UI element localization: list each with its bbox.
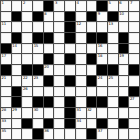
white-cell[interactable]	[76, 44, 86, 54]
black-cell	[65, 76, 75, 86]
white-cell[interactable]: 5	[108, 1, 118, 11]
white-cell[interactable]	[33, 119, 43, 129]
black-cell	[87, 97, 97, 107]
white-cell[interactable]	[12, 1, 22, 11]
white-cell[interactable]	[54, 119, 64, 129]
white-cell[interactable]	[129, 12, 139, 22]
black-cell	[65, 33, 75, 43]
white-cell[interactable]	[129, 54, 139, 64]
white-cell[interactable]	[76, 33, 86, 43]
white-cell[interactable]	[12, 129, 22, 139]
black-cell	[22, 119, 32, 129]
black-cell	[12, 87, 22, 97]
white-cell[interactable]	[65, 129, 75, 139]
black-cell	[129, 87, 139, 97]
black-cell	[119, 119, 129, 129]
white-cell[interactable]: 34	[76, 119, 86, 129]
clue-number: 7	[130, 1, 132, 5]
white-cell[interactable]	[108, 97, 118, 107]
white-cell[interactable]	[54, 76, 64, 86]
black-cell	[65, 22, 75, 32]
white-cell[interactable]	[54, 108, 64, 118]
black-cell	[44, 54, 54, 64]
white-cell[interactable]	[76, 129, 86, 139]
black-cell	[44, 33, 54, 43]
clue-number: 15	[34, 44, 38, 48]
white-cell[interactable]	[54, 44, 64, 54]
clue-number: 27	[130, 97, 134, 101]
white-cell[interactable]	[129, 76, 139, 86]
white-cell[interactable]	[54, 129, 64, 139]
white-cell[interactable]	[22, 22, 32, 32]
black-cell	[87, 76, 97, 86]
white-cell[interactable]	[22, 33, 32, 43]
white-cell[interactable]	[65, 1, 75, 11]
white-cell[interactable]: 31	[76, 108, 86, 118]
white-cell[interactable]	[22, 97, 32, 107]
white-cell[interactable]: 8	[44, 12, 54, 22]
white-cell[interactable]	[87, 65, 97, 75]
white-cell[interactable]: 30	[33, 108, 43, 118]
white-cell[interactable]	[22, 12, 32, 22]
white-cell[interactable]: 11	[1, 22, 11, 32]
clue-number: 34	[76, 119, 80, 123]
white-cell[interactable]	[12, 54, 22, 64]
white-cell[interactable]	[65, 44, 75, 54]
clue-number: 17	[2, 54, 6, 58]
white-cell[interactable]: 14	[12, 44, 22, 54]
white-cell[interactable]	[119, 87, 129, 97]
black-cell	[65, 108, 75, 118]
clue-number: 18	[98, 54, 102, 58]
black-cell	[33, 129, 43, 139]
white-cell[interactable]: 16	[97, 44, 107, 54]
black-cell	[108, 12, 118, 22]
white-cell[interactable]: 29	[12, 108, 22, 118]
clue-number: 35	[2, 129, 6, 133]
white-cell[interactable]	[119, 22, 129, 32]
white-cell[interactable]	[108, 87, 118, 97]
white-cell[interactable]	[76, 97, 86, 107]
white-cell[interactable]	[119, 108, 129, 118]
white-cell[interactable]: 20	[44, 65, 54, 75]
black-cell	[12, 33, 22, 43]
black-cell	[12, 12, 22, 22]
white-cell[interactable]	[76, 87, 86, 97]
white-cell[interactable]	[1, 12, 11, 22]
clue-number: 31	[76, 108, 80, 112]
black-cell	[65, 54, 75, 64]
white-cell[interactable]: 17	[1, 54, 11, 64]
clue-number: 1	[2, 1, 4, 5]
white-cell[interactable]	[54, 87, 64, 97]
clue-number: 9	[98, 12, 100, 16]
white-cell[interactable]	[108, 108, 118, 118]
white-cell[interactable]	[22, 44, 32, 54]
white-cell[interactable]: 33	[1, 119, 11, 129]
white-cell[interactable]	[54, 33, 64, 43]
black-cell	[65, 12, 75, 22]
white-cell[interactable]	[54, 54, 64, 64]
white-cell[interactable]: 36	[44, 129, 54, 139]
white-cell[interactable]	[76, 12, 86, 22]
white-cell[interactable]	[65, 65, 75, 75]
white-cell[interactable]	[129, 33, 139, 43]
clue-number: 19	[119, 54, 123, 58]
white-cell[interactable]	[22, 129, 32, 139]
black-cell	[33, 65, 43, 75]
white-cell[interactable]	[54, 65, 64, 75]
black-cell	[33, 12, 43, 22]
white-cell[interactable]: 22	[22, 76, 32, 86]
clue-number: 10	[119, 12, 123, 16]
white-cell[interactable]: 26	[22, 87, 32, 97]
black-cell	[129, 65, 139, 75]
black-cell	[97, 33, 107, 43]
white-cell[interactable]: 28	[1, 108, 11, 118]
white-cell[interactable]	[44, 22, 54, 32]
white-cell[interactable]	[87, 1, 97, 11]
black-cell	[87, 12, 97, 22]
clue-number: 12	[76, 22, 80, 26]
black-cell	[87, 33, 97, 43]
white-cell[interactable]: 1	[1, 1, 11, 11]
white-cell[interactable]: 23	[33, 76, 43, 86]
black-cell	[119, 44, 129, 54]
white-cell[interactable]	[33, 22, 43, 32]
clue-number: 30	[34, 108, 38, 112]
white-cell[interactable]: 9	[97, 12, 107, 22]
white-cell[interactable]	[12, 22, 22, 32]
clue-number: 14	[12, 44, 16, 48]
white-cell[interactable]: 27	[129, 97, 139, 107]
white-cell[interactable]	[108, 129, 118, 139]
white-cell[interactable]	[119, 76, 129, 86]
white-cell[interactable]	[119, 129, 129, 139]
black-cell	[12, 97, 22, 107]
white-cell[interactable]: 12	[76, 22, 86, 32]
white-cell[interactable]	[108, 33, 118, 43]
white-cell[interactable]	[129, 44, 139, 54]
white-cell[interactable]	[33, 54, 43, 64]
white-cell[interactable]	[54, 12, 64, 22]
white-cell[interactable]	[1, 33, 11, 43]
white-cell[interactable]: 2	[22, 1, 32, 11]
white-cell[interactable]	[97, 87, 107, 97]
white-cell[interactable]	[65, 87, 75, 97]
white-cell[interactable]	[76, 65, 86, 75]
white-cell[interactable]	[1, 87, 11, 97]
clue-number: 8	[44, 12, 46, 16]
white-cell[interactable]	[44, 108, 54, 118]
white-cell[interactable]	[1, 97, 11, 107]
white-cell[interactable]: 21	[1, 76, 11, 86]
black-cell	[97, 97, 107, 107]
white-cell[interactable]	[76, 54, 86, 64]
black-cell	[65, 119, 75, 129]
white-cell[interactable]	[54, 97, 64, 107]
clue-number: 6	[119, 1, 121, 5]
white-cell[interactable]	[129, 108, 139, 118]
clue-number: 37	[98, 129, 102, 133]
clue-number: 5	[109, 1, 111, 5]
black-cell	[87, 129, 97, 139]
white-cell[interactable]	[108, 54, 118, 64]
clue-number: 33	[2, 119, 6, 123]
clue-number: 28	[2, 108, 6, 112]
black-cell	[44, 1, 54, 11]
clue-number: 20	[44, 65, 48, 69]
white-cell[interactable]: 4	[76, 1, 86, 11]
clue-number: 26	[23, 87, 27, 91]
clue-number: 4	[76, 1, 78, 5]
clue-number: 22	[23, 76, 27, 80]
crossword-puzzle: 1234567891011121314151617181920212223242…	[0, 0, 140, 140]
white-cell[interactable]	[44, 87, 54, 97]
white-cell[interactable]	[129, 22, 139, 32]
clue-number: 23	[34, 76, 38, 80]
white-cell[interactable]	[22, 54, 32, 64]
white-cell[interactable]	[129, 129, 139, 139]
white-cell[interactable]: 6	[119, 1, 129, 11]
white-cell[interactable]	[87, 87, 97, 97]
white-cell[interactable]: 13	[108, 22, 118, 32]
white-cell[interactable]	[12, 76, 22, 86]
clue-number: 3	[55, 1, 57, 5]
white-cell[interactable]: 24	[97, 76, 107, 86]
white-cell[interactable]	[97, 108, 107, 118]
white-cell[interactable]: 19	[119, 54, 129, 64]
clue-number: 13	[109, 22, 113, 26]
white-cell[interactable]	[108, 44, 118, 54]
white-cell[interactable]	[54, 22, 64, 32]
white-cell[interactable]	[44, 44, 54, 54]
white-cell[interactable]: 37	[97, 129, 107, 139]
black-cell	[97, 119, 107, 129]
black-cell	[1, 44, 11, 54]
black-cell	[1, 65, 11, 75]
black-cell	[44, 76, 54, 86]
clue-number: 16	[98, 44, 102, 48]
white-cell[interactable]	[129, 119, 139, 129]
white-cell[interactable]	[33, 87, 43, 97]
black-cell	[44, 119, 54, 129]
white-cell[interactable]: 35	[1, 129, 11, 139]
white-cell[interactable]: 7	[129, 1, 139, 11]
clue-number: 24	[98, 76, 102, 80]
clue-number: 25	[109, 76, 113, 80]
white-cell[interactable]: 10	[119, 12, 129, 22]
white-cell[interactable]	[87, 119, 97, 129]
white-cell[interactable]	[12, 119, 22, 129]
white-cell[interactable]: 25	[108, 76, 118, 86]
crossword-board: 1234567891011121314151617181920212223242…	[0, 0, 140, 140]
white-cell[interactable]	[108, 119, 118, 129]
white-cell[interactable]: 18	[97, 54, 107, 64]
white-cell[interactable]	[12, 65, 22, 75]
clue-number: 29	[12, 108, 16, 112]
black-cell	[33, 33, 43, 43]
white-cell[interactable]	[87, 44, 97, 54]
black-cell	[87, 54, 97, 64]
white-cell[interactable]	[119, 65, 129, 75]
white-cell[interactable]	[76, 76, 86, 86]
white-cell[interactable]: 15	[33, 44, 43, 54]
clue-number: 36	[44, 129, 48, 133]
black-cell	[44, 97, 54, 107]
black-cell	[97, 1, 107, 11]
clue-number: 11	[2, 22, 6, 26]
white-cell[interactable]	[97, 22, 107, 32]
black-cell	[65, 97, 75, 107]
black-cell	[119, 97, 129, 107]
black-cell	[33, 97, 43, 107]
white-cell[interactable]: 3	[54, 1, 64, 11]
black-cell	[119, 33, 129, 43]
clue-number: 32	[87, 108, 91, 112]
black-cell	[97, 65, 107, 75]
clue-number: 2	[23, 1, 25, 5]
white-cell[interactable]: 32	[87, 108, 97, 118]
black-cell	[108, 65, 118, 75]
white-cell[interactable]	[22, 108, 32, 118]
black-cell	[22, 65, 32, 75]
clue-number: 21	[2, 76, 6, 80]
white-cell[interactable]	[87, 22, 97, 32]
white-cell[interactable]	[33, 1, 43, 11]
